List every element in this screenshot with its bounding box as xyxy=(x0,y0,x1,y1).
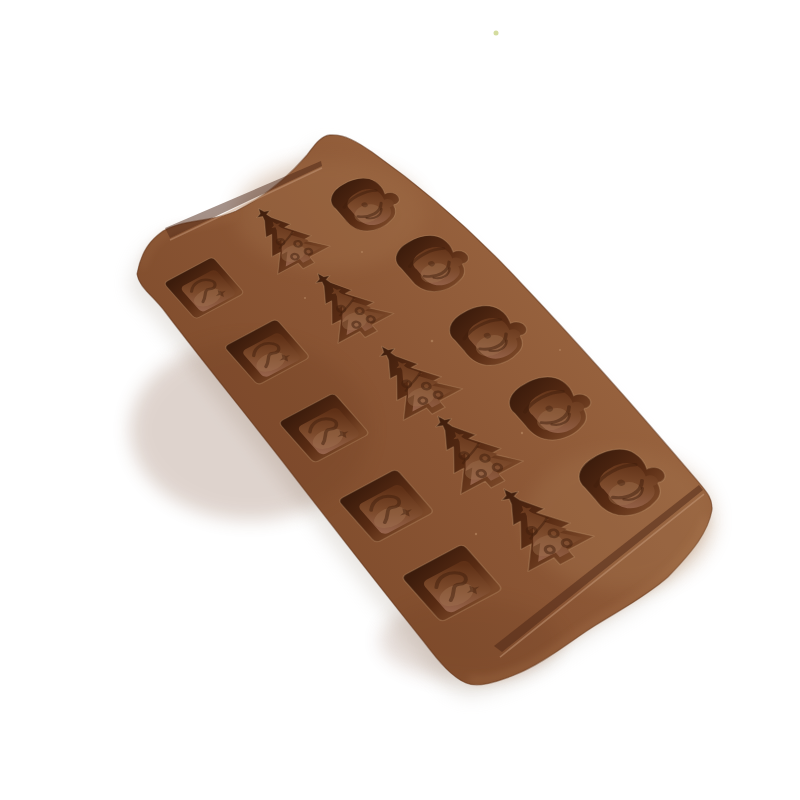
chocolate-mold-photo xyxy=(0,0,800,800)
product-photo xyxy=(0,0,800,800)
green-speck xyxy=(494,31,499,36)
